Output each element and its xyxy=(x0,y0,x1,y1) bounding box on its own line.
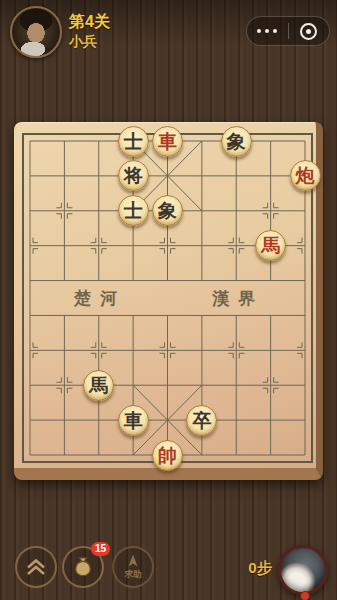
hint-bag-button[interactable]: 15 xyxy=(62,546,104,588)
expand-button[interactable] xyxy=(15,546,57,588)
piece-black-将-c3r1[interactable]: 将 xyxy=(118,160,149,191)
river-label-chu: 楚河 xyxy=(74,287,126,310)
piece-red-炮-c8r1[interactable]: 炮 xyxy=(290,160,321,191)
piece-black-馬-c2r7[interactable]: 馬 xyxy=(83,370,114,401)
player-avatar[interactable] xyxy=(10,6,62,58)
xiangqi-board[interactable]: 楚河 漢界 士車象将炮士象馬馬車卒帥 xyxy=(14,122,323,480)
piece-red-車-c4r0[interactable]: 車 xyxy=(152,126,183,157)
player-rank-label: 小兵 xyxy=(69,33,97,51)
move-counter: 0步 xyxy=(236,559,284,578)
money-bag-icon xyxy=(71,555,95,579)
board-grid xyxy=(14,122,316,468)
more-dots-icon xyxy=(265,29,269,33)
more-dots-icon xyxy=(273,29,277,33)
circle-dot-icon xyxy=(300,23,317,40)
praying-hands-icon xyxy=(124,554,142,568)
piece-black-卒-c5r8[interactable]: 卒 xyxy=(186,405,217,436)
piece-black-象-c6r0[interactable]: 象 xyxy=(221,126,252,157)
help-button-label: 求助 xyxy=(125,569,142,581)
notification-dot xyxy=(300,591,310,600)
piece-black-車-c3r8[interactable]: 車 xyxy=(118,405,149,436)
piece-black-士-c3r2[interactable]: 士 xyxy=(118,195,149,226)
more-menu-button[interactable] xyxy=(247,17,288,45)
hint-count-badge: 15 xyxy=(91,542,110,556)
level-title: 第4关 xyxy=(69,12,110,33)
piece-red-帥-c4r9[interactable]: 帥 xyxy=(152,440,183,471)
piece-black-士-c3r0[interactable]: 士 xyxy=(118,126,149,157)
chevron-up-icon xyxy=(25,558,47,576)
opponent-avatar[interactable] xyxy=(278,545,328,595)
wechat-capsule xyxy=(246,16,330,46)
capsule-close-button[interactable] xyxy=(289,17,330,45)
more-dots-icon xyxy=(257,29,261,33)
river-label-han: 漢界 xyxy=(212,287,264,310)
help-button[interactable]: 求助 xyxy=(112,546,154,588)
